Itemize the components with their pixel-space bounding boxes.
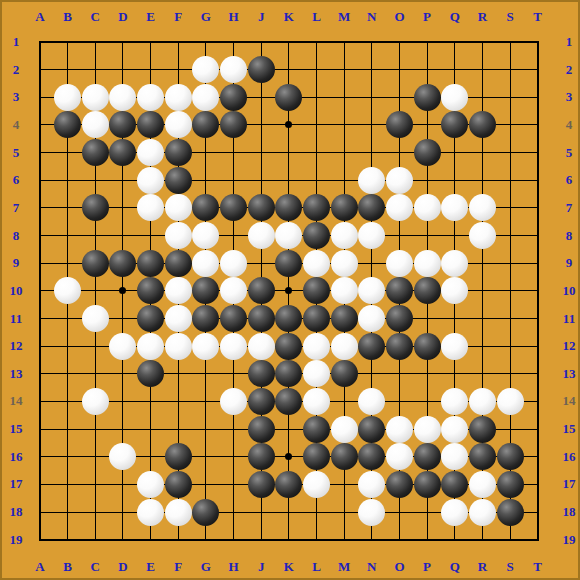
- white-stone[interactable]: [358, 499, 385, 526]
- black-stone[interactable]: [303, 222, 330, 249]
- white-stone[interactable]: [137, 167, 164, 194]
- black-stone[interactable]: [220, 305, 247, 332]
- black-stone[interactable]: [386, 305, 413, 332]
- white-stone[interactable]: [303, 471, 330, 498]
- go-board[interactable]: [2, 2, 578, 578]
- column-label-bottom: C: [84, 560, 106, 574]
- white-stone[interactable]: [248, 222, 275, 249]
- white-stone[interactable]: [192, 222, 219, 249]
- white-stone[interactable]: [303, 250, 330, 277]
- row-label-right: 11: [558, 312, 580, 326]
- white-stone[interactable]: [165, 305, 192, 332]
- black-stone[interactable]: [137, 277, 164, 304]
- white-stone[interactable]: [165, 222, 192, 249]
- row-label-left: 18: [5, 505, 27, 519]
- black-stone[interactable]: [275, 84, 302, 111]
- white-stone[interactable]: [469, 471, 496, 498]
- column-label-top: N: [361, 10, 383, 24]
- column-label-bottom: S: [499, 560, 521, 574]
- column-label-bottom: T: [527, 560, 549, 574]
- column-label-top: S: [499, 10, 521, 24]
- black-stone[interactable]: [275, 305, 302, 332]
- white-stone[interactable]: [109, 443, 136, 470]
- black-stone[interactable]: [303, 443, 330, 470]
- white-stone[interactable]: [165, 277, 192, 304]
- white-stone[interactable]: [192, 250, 219, 277]
- white-stone[interactable]: [441, 416, 468, 443]
- row-label-left: 1: [5, 35, 27, 49]
- column-label-top: H: [223, 10, 245, 24]
- white-stone[interactable]: [386, 250, 413, 277]
- black-stone[interactable]: [358, 194, 385, 221]
- black-stone[interactable]: [137, 360, 164, 387]
- black-stone[interactable]: [82, 194, 109, 221]
- column-label-bottom: G: [195, 560, 217, 574]
- black-stone[interactable]: [469, 443, 496, 470]
- black-stone[interactable]: [386, 111, 413, 138]
- white-stone[interactable]: [386, 194, 413, 221]
- black-stone[interactable]: [303, 416, 330, 443]
- white-stone[interactable]: [358, 167, 385, 194]
- white-stone[interactable]: [248, 333, 275, 360]
- black-stone[interactable]: [275, 194, 302, 221]
- column-label-bottom: P: [416, 560, 438, 574]
- black-stone[interactable]: [248, 443, 275, 470]
- row-label-right: 1: [558, 35, 580, 49]
- white-stone[interactable]: [54, 84, 81, 111]
- column-label-bottom: L: [306, 560, 328, 574]
- white-stone[interactable]: [109, 84, 136, 111]
- white-stone[interactable]: [220, 333, 247, 360]
- white-stone[interactable]: [358, 222, 385, 249]
- black-stone[interactable]: [137, 111, 164, 138]
- white-stone[interactable]: [386, 167, 413, 194]
- white-stone[interactable]: [331, 222, 358, 249]
- white-stone[interactable]: [441, 443, 468, 470]
- column-label-top: D: [112, 10, 134, 24]
- column-label-top: Q: [444, 10, 466, 24]
- column-label-top: K: [278, 10, 300, 24]
- grid-line: [537, 41, 539, 541]
- black-stone[interactable]: [109, 111, 136, 138]
- black-stone[interactable]: [248, 360, 275, 387]
- column-label-bottom: B: [57, 560, 79, 574]
- black-stone[interactable]: [358, 443, 385, 470]
- white-stone[interactable]: [414, 194, 441, 221]
- white-stone[interactable]: [441, 250, 468, 277]
- black-stone[interactable]: [220, 111, 247, 138]
- black-stone[interactable]: [192, 111, 219, 138]
- white-stone[interactable]: [82, 305, 109, 332]
- black-stone[interactable]: [469, 416, 496, 443]
- black-stone[interactable]: [414, 84, 441, 111]
- star-point: [285, 287, 292, 294]
- white-stone[interactable]: [358, 388, 385, 415]
- black-stone[interactable]: [192, 277, 219, 304]
- star-point: [285, 121, 292, 128]
- black-stone[interactable]: [275, 360, 302, 387]
- black-stone[interactable]: [275, 250, 302, 277]
- row-label-right: 10: [558, 284, 580, 298]
- white-stone[interactable]: [441, 388, 468, 415]
- white-stone[interactable]: [220, 250, 247, 277]
- column-label-bottom: R: [471, 560, 493, 574]
- black-stone[interactable]: [497, 443, 524, 470]
- black-stone[interactable]: [220, 84, 247, 111]
- black-stone[interactable]: [275, 333, 302, 360]
- black-stone[interactable]: [414, 139, 441, 166]
- column-label-top: G: [195, 10, 217, 24]
- white-stone[interactable]: [137, 139, 164, 166]
- star-point: [119, 287, 126, 294]
- black-stone[interactable]: [248, 56, 275, 83]
- row-label-left: 4: [5, 118, 27, 132]
- column-label-bottom: K: [278, 560, 300, 574]
- row-label-right: 16: [558, 450, 580, 464]
- black-stone[interactable]: [82, 250, 109, 277]
- black-stone[interactable]: [192, 194, 219, 221]
- column-label-top: M: [333, 10, 355, 24]
- row-label-right: 15: [558, 422, 580, 436]
- white-stone[interactable]: [414, 416, 441, 443]
- black-stone[interactable]: [414, 443, 441, 470]
- column-label-top: F: [167, 10, 189, 24]
- column-label-top: J: [250, 10, 272, 24]
- white-stone[interactable]: [358, 305, 385, 332]
- row-label-right: 9: [558, 256, 580, 270]
- column-label-bottom: N: [361, 560, 383, 574]
- column-label-bottom: F: [167, 560, 189, 574]
- column-label-bottom: O: [388, 560, 410, 574]
- row-label-right: 5: [558, 146, 580, 160]
- white-stone[interactable]: [165, 333, 192, 360]
- white-stone[interactable]: [469, 499, 496, 526]
- white-stone[interactable]: [497, 388, 524, 415]
- row-label-left: 7: [5, 201, 27, 215]
- black-stone[interactable]: [386, 471, 413, 498]
- white-stone[interactable]: [303, 333, 330, 360]
- column-label-bottom: J: [250, 560, 272, 574]
- grid-line: [39, 539, 539, 541]
- black-stone[interactable]: [275, 388, 302, 415]
- black-stone[interactable]: [358, 333, 385, 360]
- black-stone[interactable]: [386, 277, 413, 304]
- row-label-right: 7: [558, 201, 580, 215]
- row-label-left: 19: [5, 533, 27, 547]
- white-stone[interactable]: [441, 84, 468, 111]
- white-stone[interactable]: [441, 277, 468, 304]
- row-label-right: 17: [558, 477, 580, 491]
- go-board-diagram: AABBCCDDEEFFGGHHJJKKLLMMNNOOPPQQRRSSTT11…: [0, 0, 580, 580]
- black-stone[interactable]: [109, 250, 136, 277]
- white-stone[interactable]: [82, 111, 109, 138]
- white-stone[interactable]: [137, 471, 164, 498]
- row-label-right: 8: [558, 229, 580, 243]
- black-stone[interactable]: [358, 416, 385, 443]
- black-stone[interactable]: [331, 305, 358, 332]
- row-label-left: 3: [5, 90, 27, 104]
- row-label-left: 13: [5, 367, 27, 381]
- black-stone[interactable]: [303, 194, 330, 221]
- white-stone[interactable]: [469, 222, 496, 249]
- row-label-left: 16: [5, 450, 27, 464]
- row-label-right: 4: [558, 118, 580, 132]
- black-stone[interactable]: [303, 305, 330, 332]
- black-stone[interactable]: [414, 277, 441, 304]
- black-stone[interactable]: [248, 305, 275, 332]
- column-label-bottom: E: [140, 560, 162, 574]
- column-label-top: O: [388, 10, 410, 24]
- row-label-left: 11: [5, 312, 27, 326]
- black-stone[interactable]: [497, 499, 524, 526]
- black-stone[interactable]: [497, 471, 524, 498]
- row-label-left: 8: [5, 229, 27, 243]
- white-stone[interactable]: [386, 443, 413, 470]
- white-stone[interactable]: [414, 250, 441, 277]
- white-stone[interactable]: [386, 416, 413, 443]
- black-stone[interactable]: [248, 416, 275, 443]
- row-label-left: 12: [5, 339, 27, 353]
- white-stone[interactable]: [469, 194, 496, 221]
- row-label-right: 6: [558, 173, 580, 187]
- white-stone[interactable]: [275, 222, 302, 249]
- column-label-bottom: D: [112, 560, 134, 574]
- black-stone[interactable]: [82, 139, 109, 166]
- column-label-bottom: A: [29, 560, 51, 574]
- white-stone[interactable]: [109, 333, 136, 360]
- black-stone[interactable]: [192, 305, 219, 332]
- black-stone[interactable]: [165, 471, 192, 498]
- black-stone[interactable]: [165, 250, 192, 277]
- black-stone[interactable]: [165, 139, 192, 166]
- black-stone[interactable]: [414, 471, 441, 498]
- white-stone[interactable]: [82, 84, 109, 111]
- row-label-left: 9: [5, 256, 27, 270]
- row-label-right: 18: [558, 505, 580, 519]
- white-stone[interactable]: [220, 277, 247, 304]
- white-stone[interactable]: [82, 388, 109, 415]
- column-label-top: R: [471, 10, 493, 24]
- row-label-right: 3: [558, 90, 580, 104]
- white-stone[interactable]: [137, 84, 164, 111]
- row-label-right: 14: [558, 394, 580, 408]
- column-label-bottom: Q: [444, 560, 466, 574]
- row-label-left: 6: [5, 173, 27, 187]
- star-point: [285, 453, 292, 460]
- black-stone[interactable]: [331, 194, 358, 221]
- black-stone[interactable]: [220, 194, 247, 221]
- column-label-top: B: [57, 10, 79, 24]
- white-stone[interactable]: [137, 194, 164, 221]
- black-stone[interactable]: [109, 139, 136, 166]
- black-stone[interactable]: [248, 194, 275, 221]
- black-stone[interactable]: [137, 250, 164, 277]
- white-stone[interactable]: [358, 277, 385, 304]
- column-label-top: P: [416, 10, 438, 24]
- black-stone[interactable]: [303, 277, 330, 304]
- white-stone[interactable]: [220, 56, 247, 83]
- black-stone[interactable]: [54, 111, 81, 138]
- white-stone[interactable]: [331, 277, 358, 304]
- row-label-right: 19: [558, 533, 580, 547]
- black-stone[interactable]: [331, 360, 358, 387]
- column-label-bottom: M: [333, 560, 355, 574]
- black-stone[interactable]: [331, 443, 358, 470]
- black-stone[interactable]: [441, 471, 468, 498]
- black-stone[interactable]: [275, 471, 302, 498]
- black-stone[interactable]: [192, 499, 219, 526]
- white-stone[interactable]: [469, 388, 496, 415]
- row-label-left: 14: [5, 394, 27, 408]
- white-stone[interactable]: [303, 360, 330, 387]
- black-stone[interactable]: [248, 471, 275, 498]
- row-label-left: 2: [5, 63, 27, 77]
- row-label-right: 13: [558, 367, 580, 381]
- row-label-left: 15: [5, 422, 27, 436]
- white-stone[interactable]: [192, 333, 219, 360]
- column-label-top: L: [306, 10, 328, 24]
- column-label-top: T: [527, 10, 549, 24]
- column-label-top: C: [84, 10, 106, 24]
- black-stone[interactable]: [441, 111, 468, 138]
- column-label-top: E: [140, 10, 162, 24]
- white-stone[interactable]: [331, 250, 358, 277]
- row-label-right: 2: [558, 63, 580, 77]
- black-stone[interactable]: [165, 443, 192, 470]
- black-stone[interactable]: [469, 111, 496, 138]
- row-label-left: 17: [5, 477, 27, 491]
- white-stone[interactable]: [165, 111, 192, 138]
- white-stone[interactable]: [137, 499, 164, 526]
- black-stone[interactable]: [386, 333, 413, 360]
- white-stone[interactable]: [441, 499, 468, 526]
- white-stone[interactable]: [165, 84, 192, 111]
- black-stone[interactable]: [165, 167, 192, 194]
- white-stone[interactable]: [331, 416, 358, 443]
- column-label-bottom: H: [223, 560, 245, 574]
- black-stone[interactable]: [248, 388, 275, 415]
- white-stone[interactable]: [441, 194, 468, 221]
- white-stone[interactable]: [137, 333, 164, 360]
- black-stone[interactable]: [248, 277, 275, 304]
- white-stone[interactable]: [303, 388, 330, 415]
- white-stone[interactable]: [441, 333, 468, 360]
- white-stone[interactable]: [192, 84, 219, 111]
- white-stone[interactable]: [220, 388, 247, 415]
- white-stone[interactable]: [165, 194, 192, 221]
- row-label-right: 12: [558, 339, 580, 353]
- black-stone[interactable]: [414, 333, 441, 360]
- white-stone[interactable]: [165, 499, 192, 526]
- column-label-top: A: [29, 10, 51, 24]
- row-label-left: 10: [5, 284, 27, 298]
- white-stone[interactable]: [192, 56, 219, 83]
- white-stone[interactable]: [54, 277, 81, 304]
- black-stone[interactable]: [137, 305, 164, 332]
- white-stone[interactable]: [331, 333, 358, 360]
- white-stone[interactable]: [358, 471, 385, 498]
- row-label-left: 5: [5, 146, 27, 160]
